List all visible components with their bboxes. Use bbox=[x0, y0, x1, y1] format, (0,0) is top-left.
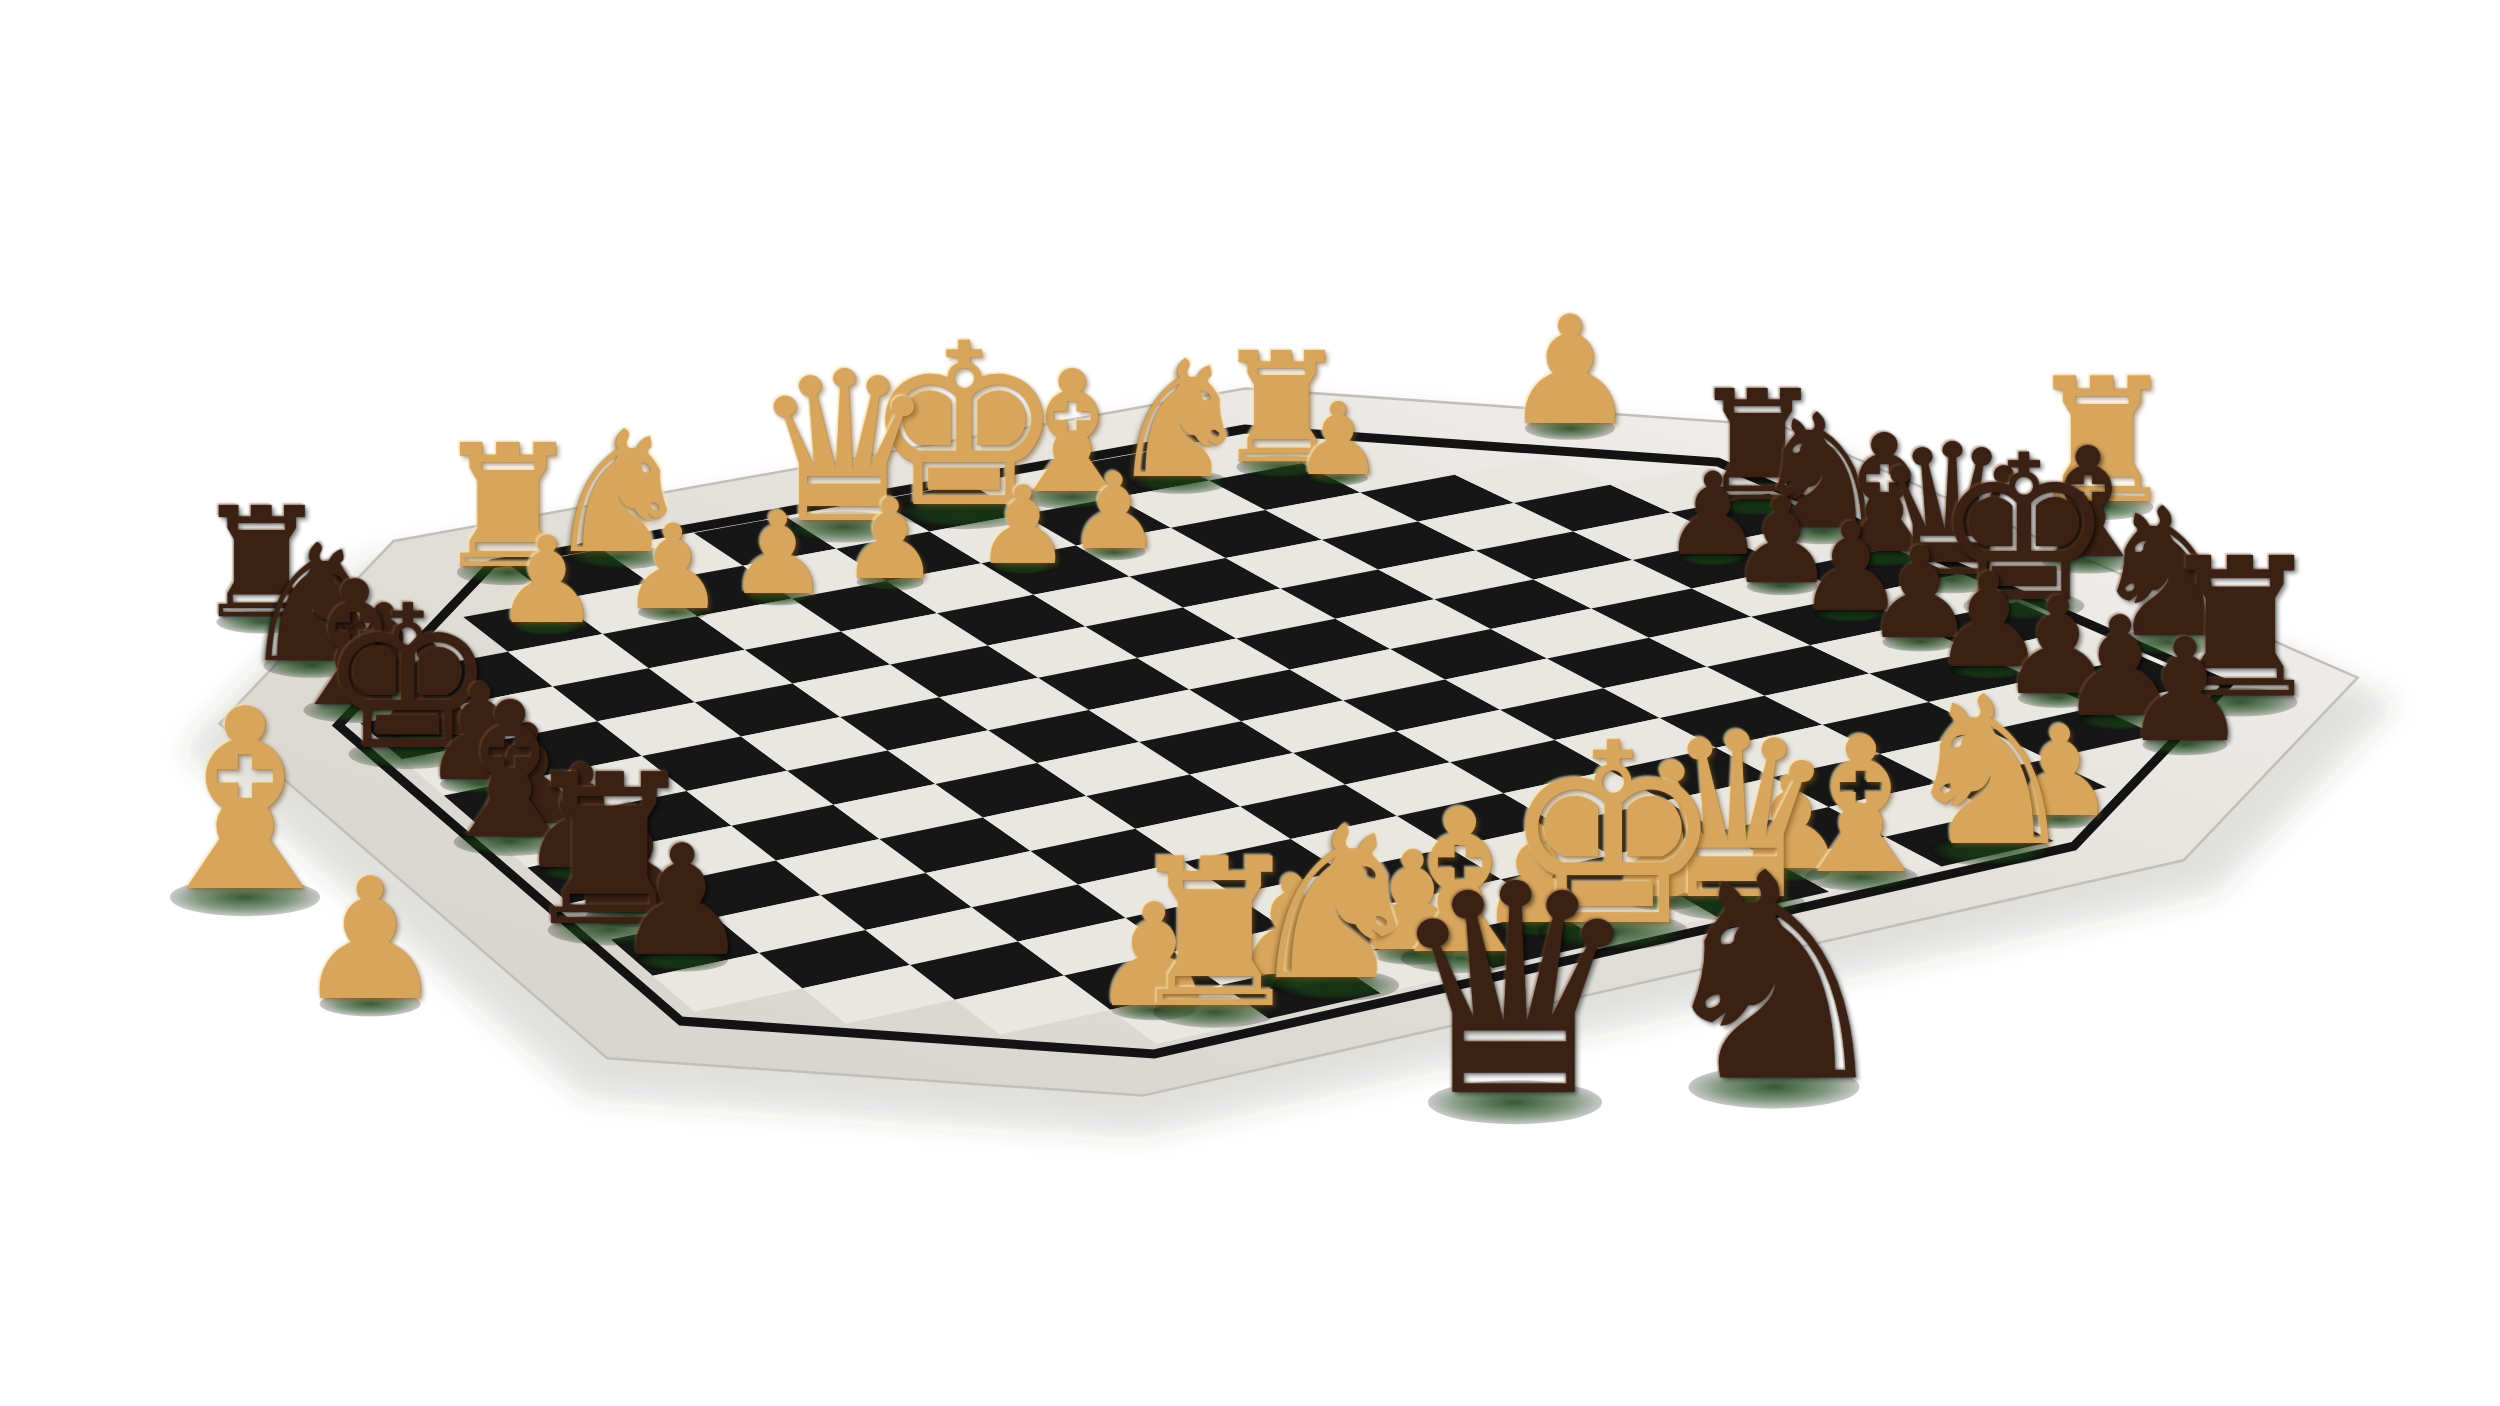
scene: ♟♜♟♞♝♜♜♚♛♞♟♝♞♟♝♟♜♛♟♟♟♚♟♟♜♟♞♟♟♞♟♟♟♜♝♟♟♟♚♟… bbox=[0, 0, 2500, 1406]
pieces-layer: ♟♜♟♞♝♜♜♚♛♞♟♝♞♟♝♟♜♛♟♟♟♚♟♟♜♟♞♟♟♞♟♟♟♜♝♟♟♟♚♟… bbox=[0, 0, 2500, 1406]
piece-dark-pawn[interactable]: ♟ bbox=[682, 960, 819, 1113]
piece-light-rook[interactable]: ♜ bbox=[1215, 1012, 1399, 1217]
piece-light-pawn[interactable]: ♟ bbox=[1023, 567, 1120, 675]
piece-light-pawn[interactable]: ♟ bbox=[673, 612, 778, 729]
piece-light-pawn[interactable]: ♟ bbox=[1114, 552, 1208, 657]
piece-dark-pawn[interactable]: ♟ bbox=[2185, 745, 2312, 887]
piece-light-pawn[interactable]: ♟ bbox=[778, 597, 880, 711]
piece-light-pawn[interactable]: ♟ bbox=[1338, 478, 1428, 578]
piece-dark-knight[interactable]: ♞ bbox=[1774, 1087, 2030, 1372]
piece-light-pawn[interactable]: ♟ bbox=[370, 1004, 521, 1172]
piece-light-pawn[interactable]: ♟ bbox=[890, 582, 990, 693]
piece-dark-queen[interactable]: ♛ bbox=[1515, 1102, 1775, 1392]
